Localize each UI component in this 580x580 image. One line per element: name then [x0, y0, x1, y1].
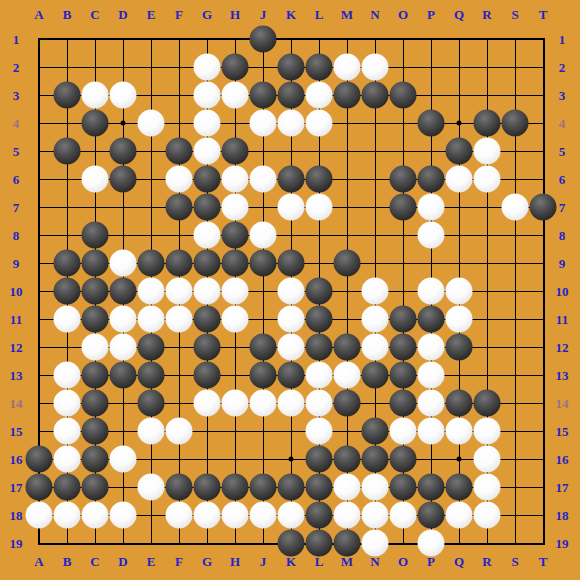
white-stone-L14 — [306, 390, 333, 417]
black-stone-G17 — [194, 474, 221, 501]
column-label-top-F: F — [175, 8, 183, 21]
black-stone-J17 — [250, 474, 277, 501]
black-stone-O12 — [390, 334, 417, 361]
row-label-right-3: 3 — [559, 89, 566, 102]
white-stone-B16 — [54, 446, 81, 473]
row-label-left-4: 4 — [13, 117, 20, 130]
row-label-left-2: 2 — [13, 61, 20, 74]
white-stone-Q18 — [446, 502, 473, 529]
black-stone-Q17 — [446, 474, 473, 501]
column-label-top-K: K — [286, 8, 296, 21]
white-stone-C6 — [82, 166, 109, 193]
column-label-top-R: R — [482, 8, 491, 21]
white-stone-B15 — [54, 418, 81, 445]
white-stone-J14 — [250, 390, 277, 417]
white-stone-M18 — [334, 502, 361, 529]
white-stone-Q15 — [446, 418, 473, 445]
row-label-left-19: 19 — [10, 537, 23, 550]
black-stone-J9 — [250, 250, 277, 277]
white-stone-P14 — [418, 390, 445, 417]
black-stone-L17 — [306, 474, 333, 501]
black-stone-O7 — [390, 194, 417, 221]
white-stone-C12 — [82, 334, 109, 361]
black-stone-B9 — [54, 250, 81, 277]
white-stone-F18 — [166, 502, 193, 529]
black-stone-C11 — [82, 306, 109, 333]
black-stone-O3 — [390, 82, 417, 109]
row-label-left-6: 6 — [13, 173, 20, 186]
column-label-top-H: H — [230, 8, 240, 21]
column-label-top-C: C — [90, 8, 99, 21]
white-stone-C18 — [82, 502, 109, 529]
white-stone-F11 — [166, 306, 193, 333]
black-stone-J13 — [250, 362, 277, 389]
black-stone-M19 — [334, 530, 361, 557]
white-stone-R5 — [474, 138, 501, 165]
column-label-top-B: B — [63, 8, 72, 21]
white-stone-H14 — [222, 390, 249, 417]
white-stone-R17 — [474, 474, 501, 501]
white-stone-N18 — [362, 502, 389, 529]
white-stone-E17 — [138, 474, 165, 501]
column-label-bottom-S: S — [511, 555, 518, 568]
white-stone-P7 — [418, 194, 445, 221]
white-stone-K10 — [278, 278, 305, 305]
black-stone-K6 — [278, 166, 305, 193]
row-label-left-13: 13 — [10, 369, 23, 382]
column-label-top-P: P — [427, 8, 435, 21]
black-stone-G6 — [194, 166, 221, 193]
black-stone-E12 — [138, 334, 165, 361]
black-stone-H5 — [222, 138, 249, 165]
black-stone-C16 — [82, 446, 109, 473]
white-stone-G3 — [194, 82, 221, 109]
white-stone-H7 — [222, 194, 249, 221]
row-label-right-16: 16 — [556, 453, 569, 466]
black-stone-Q5 — [446, 138, 473, 165]
black-stone-E9 — [138, 250, 165, 277]
black-stone-S4 — [502, 110, 529, 137]
white-stone-N17 — [362, 474, 389, 501]
white-stone-H10 — [222, 278, 249, 305]
white-stone-B14 — [54, 390, 81, 417]
row-label-left-1: 1 — [13, 33, 20, 46]
black-stone-Q12 — [446, 334, 473, 361]
white-stone-J18 — [250, 502, 277, 529]
black-stone-L19 — [306, 530, 333, 557]
white-stone-F6 — [166, 166, 193, 193]
go-board[interactable]: AABBCCDDEEFFGGHHJJKKLLMMNNOOPPQQRRSSTT11… — [0, 0, 580, 580]
black-stone-N13 — [362, 362, 389, 389]
black-stone-L18 — [306, 502, 333, 529]
column-label-bottom-G: G — [202, 555, 212, 568]
black-stone-C8 — [82, 222, 109, 249]
black-stone-R4 — [474, 110, 501, 137]
column-label-bottom-F: F — [175, 555, 183, 568]
column-label-bottom-B: B — [63, 555, 72, 568]
black-stone-H17 — [222, 474, 249, 501]
white-stone-K14 — [278, 390, 305, 417]
white-stone-L15 — [306, 418, 333, 445]
white-stone-H11 — [222, 306, 249, 333]
row-label-right-14: 14 — [556, 397, 569, 410]
white-stone-O18 — [390, 502, 417, 529]
white-stone-S7 — [502, 194, 529, 221]
white-stone-J4 — [250, 110, 277, 137]
white-stone-G18 — [194, 502, 221, 529]
white-stone-R16 — [474, 446, 501, 473]
white-stone-N11 — [362, 306, 389, 333]
white-stone-L3 — [306, 82, 333, 109]
row-label-right-17: 17 — [556, 481, 569, 494]
row-label-right-11: 11 — [556, 313, 568, 326]
column-label-top-E: E — [147, 8, 156, 21]
white-stone-F10 — [166, 278, 193, 305]
white-stone-Q10 — [446, 278, 473, 305]
row-label-left-9: 9 — [13, 257, 20, 270]
black-stone-K17 — [278, 474, 305, 501]
row-label-right-1: 1 — [559, 33, 566, 46]
column-label-bottom-E: E — [147, 555, 156, 568]
column-label-top-M: M — [341, 8, 353, 21]
column-label-bottom-R: R — [482, 555, 491, 568]
black-stone-B3 — [54, 82, 81, 109]
column-label-bottom-C: C — [90, 555, 99, 568]
black-stone-Q14 — [446, 390, 473, 417]
column-label-bottom-T: T — [539, 555, 548, 568]
white-stone-R18 — [474, 502, 501, 529]
white-stone-D18 — [110, 502, 137, 529]
black-stone-G9 — [194, 250, 221, 277]
white-stone-O15 — [390, 418, 417, 445]
white-stone-K18 — [278, 502, 305, 529]
white-stone-J8 — [250, 222, 277, 249]
black-stone-D10 — [110, 278, 137, 305]
white-stone-P13 — [418, 362, 445, 389]
black-stone-M3 — [334, 82, 361, 109]
black-stone-J3 — [250, 82, 277, 109]
black-stone-C10 — [82, 278, 109, 305]
row-label-left-16: 16 — [10, 453, 23, 466]
black-stone-P11 — [418, 306, 445, 333]
black-stone-E14 — [138, 390, 165, 417]
white-stone-M17 — [334, 474, 361, 501]
black-stone-C13 — [82, 362, 109, 389]
black-stone-M16 — [334, 446, 361, 473]
column-label-bottom-Q: Q — [454, 555, 464, 568]
white-stone-A18 — [26, 502, 53, 529]
black-stone-O14 — [390, 390, 417, 417]
white-stone-D3 — [110, 82, 137, 109]
black-stone-F9 — [166, 250, 193, 277]
row-label-right-10: 10 — [556, 285, 569, 298]
row-label-right-6: 6 — [559, 173, 566, 186]
black-stone-J1 — [250, 26, 277, 53]
white-stone-P12 — [418, 334, 445, 361]
white-stone-G2 — [194, 54, 221, 81]
column-label-top-N: N — [370, 8, 379, 21]
column-label-top-A: A — [34, 8, 43, 21]
black-stone-M9 — [334, 250, 361, 277]
black-stone-L16 — [306, 446, 333, 473]
white-stone-P19 — [418, 530, 445, 557]
black-stone-N3 — [362, 82, 389, 109]
black-stone-H2 — [222, 54, 249, 81]
white-stone-B18 — [54, 502, 81, 529]
black-stone-D13 — [110, 362, 137, 389]
column-label-top-O: O — [398, 8, 408, 21]
white-stone-D12 — [110, 334, 137, 361]
white-stone-D11 — [110, 306, 137, 333]
column-label-bottom-D: D — [118, 555, 127, 568]
column-label-top-Q: Q — [454, 8, 464, 21]
column-label-bottom-O: O — [398, 555, 408, 568]
row-label-right-4: 4 — [559, 117, 566, 130]
column-label-bottom-A: A — [34, 555, 43, 568]
star-point-Q16 — [457, 457, 462, 462]
black-stone-A16 — [26, 446, 53, 473]
row-label-right-8: 8 — [559, 229, 566, 242]
row-label-left-7: 7 — [13, 201, 20, 214]
white-stone-B11 — [54, 306, 81, 333]
column-label-bottom-H: H — [230, 555, 240, 568]
black-stone-L10 — [306, 278, 333, 305]
white-stone-G8 — [194, 222, 221, 249]
white-stone-G4 — [194, 110, 221, 137]
white-stone-P8 — [418, 222, 445, 249]
black-stone-C4 — [82, 110, 109, 137]
white-stone-G14 — [194, 390, 221, 417]
black-stone-R14 — [474, 390, 501, 417]
row-label-right-15: 15 — [556, 425, 569, 438]
black-stone-D6 — [110, 166, 137, 193]
white-stone-L13 — [306, 362, 333, 389]
row-label-right-12: 12 — [556, 341, 569, 354]
column-label-top-T: T — [539, 8, 548, 21]
black-stone-C9 — [82, 250, 109, 277]
black-stone-G7 — [194, 194, 221, 221]
row-label-left-14: 14 — [10, 397, 23, 410]
white-stone-N12 — [362, 334, 389, 361]
white-stone-F15 — [166, 418, 193, 445]
black-stone-E13 — [138, 362, 165, 389]
black-stone-A17 — [26, 474, 53, 501]
white-stone-N10 — [362, 278, 389, 305]
column-label-bottom-J: J — [260, 555, 267, 568]
black-stone-K9 — [278, 250, 305, 277]
black-stone-B10 — [54, 278, 81, 305]
black-stone-C14 — [82, 390, 109, 417]
star-point-K16 — [289, 457, 294, 462]
black-stone-L2 — [306, 54, 333, 81]
black-stone-J12 — [250, 334, 277, 361]
row-label-right-18: 18 — [556, 509, 569, 522]
white-stone-K4 — [278, 110, 305, 137]
row-label-left-18: 18 — [10, 509, 23, 522]
black-stone-G12 — [194, 334, 221, 361]
black-stone-P6 — [418, 166, 445, 193]
black-stone-G13 — [194, 362, 221, 389]
column-label-top-G: G — [202, 8, 212, 21]
white-stone-Q6 — [446, 166, 473, 193]
black-stone-O16 — [390, 446, 417, 473]
star-point-D4 — [121, 121, 126, 126]
white-stone-E4 — [138, 110, 165, 137]
white-stone-D9 — [110, 250, 137, 277]
row-label-left-12: 12 — [10, 341, 23, 354]
white-stone-K11 — [278, 306, 305, 333]
black-stone-P17 — [418, 474, 445, 501]
black-stone-N16 — [362, 446, 389, 473]
white-stone-E10 — [138, 278, 165, 305]
black-stone-C15 — [82, 418, 109, 445]
white-stone-M2 — [334, 54, 361, 81]
row-label-right-19: 19 — [556, 537, 569, 550]
row-label-left-17: 17 — [10, 481, 23, 494]
white-stone-R6 — [474, 166, 501, 193]
black-stone-O17 — [390, 474, 417, 501]
row-label-right-5: 5 — [559, 145, 566, 158]
white-stone-L7 — [306, 194, 333, 221]
column-label-top-L: L — [315, 8, 324, 21]
column-label-top-D: D — [118, 8, 127, 21]
row-label-right-9: 9 — [559, 257, 566, 270]
black-stone-B5 — [54, 138, 81, 165]
white-stone-M13 — [334, 362, 361, 389]
black-stone-P4 — [418, 110, 445, 137]
black-stone-P18 — [418, 502, 445, 529]
black-stone-M12 — [334, 334, 361, 361]
white-stone-K12 — [278, 334, 305, 361]
column-label-top-S: S — [511, 8, 518, 21]
white-stone-L4 — [306, 110, 333, 137]
black-stone-M14 — [334, 390, 361, 417]
white-stone-G10 — [194, 278, 221, 305]
black-stone-O11 — [390, 306, 417, 333]
white-stone-R15 — [474, 418, 501, 445]
black-stone-K13 — [278, 362, 305, 389]
row-label-right-2: 2 — [559, 61, 566, 74]
black-stone-F17 — [166, 474, 193, 501]
white-stone-B13 — [54, 362, 81, 389]
black-stone-K3 — [278, 82, 305, 109]
black-stone-C17 — [82, 474, 109, 501]
white-stone-P15 — [418, 418, 445, 445]
star-point-Q4 — [457, 121, 462, 126]
black-stone-L12 — [306, 334, 333, 361]
black-stone-L6 — [306, 166, 333, 193]
row-label-left-11: 11 — [10, 313, 22, 326]
black-stone-O13 — [390, 362, 417, 389]
row-label-left-10: 10 — [10, 285, 23, 298]
white-stone-P10 — [418, 278, 445, 305]
white-stone-E15 — [138, 418, 165, 445]
black-stone-G11 — [194, 306, 221, 333]
white-stone-Q11 — [446, 306, 473, 333]
white-stone-K7 — [278, 194, 305, 221]
black-stone-K2 — [278, 54, 305, 81]
white-stone-H6 — [222, 166, 249, 193]
black-stone-H9 — [222, 250, 249, 277]
black-stone-N15 — [362, 418, 389, 445]
white-stone-J6 — [250, 166, 277, 193]
black-stone-K19 — [278, 530, 305, 557]
black-stone-F7 — [166, 194, 193, 221]
row-label-right-7: 7 — [559, 201, 566, 214]
white-stone-H18 — [222, 502, 249, 529]
black-stone-O6 — [390, 166, 417, 193]
white-stone-G5 — [194, 138, 221, 165]
row-label-left-15: 15 — [10, 425, 23, 438]
black-stone-B17 — [54, 474, 81, 501]
row-label-left-8: 8 — [13, 229, 20, 242]
black-stone-L11 — [306, 306, 333, 333]
white-stone-D16 — [110, 446, 137, 473]
white-stone-N19 — [362, 530, 389, 557]
black-stone-D5 — [110, 138, 137, 165]
row-label-left-3: 3 — [13, 89, 20, 102]
black-stone-F5 — [166, 138, 193, 165]
white-stone-C3 — [82, 82, 109, 109]
white-stone-H3 — [222, 82, 249, 109]
row-label-right-13: 13 — [556, 369, 569, 382]
column-label-top-J: J — [260, 8, 267, 21]
white-stone-E11 — [138, 306, 165, 333]
row-label-left-5: 5 — [13, 145, 20, 158]
black-stone-H8 — [222, 222, 249, 249]
black-stone-T7 — [530, 194, 557, 221]
white-stone-N2 — [362, 54, 389, 81]
